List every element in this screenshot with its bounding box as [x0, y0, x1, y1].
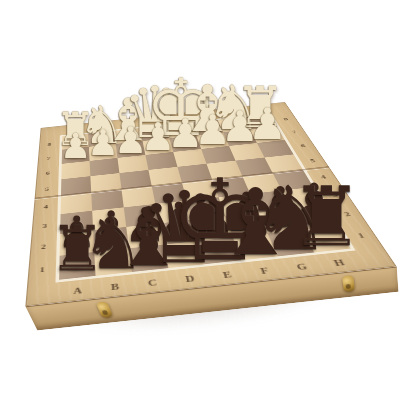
brass-clasp-left	[96, 301, 113, 317]
brass-clasp-right	[342, 275, 355, 292]
chess-set-photo: ABCDEFGH ABCDEFGH 87654321 87654321 ♜♞♝♛…	[0, 0, 400, 400]
black-rook-h1[interactable]: ♜	[290, 177, 364, 259]
white-pawn-h7[interactable]: ♟	[248, 102, 287, 146]
